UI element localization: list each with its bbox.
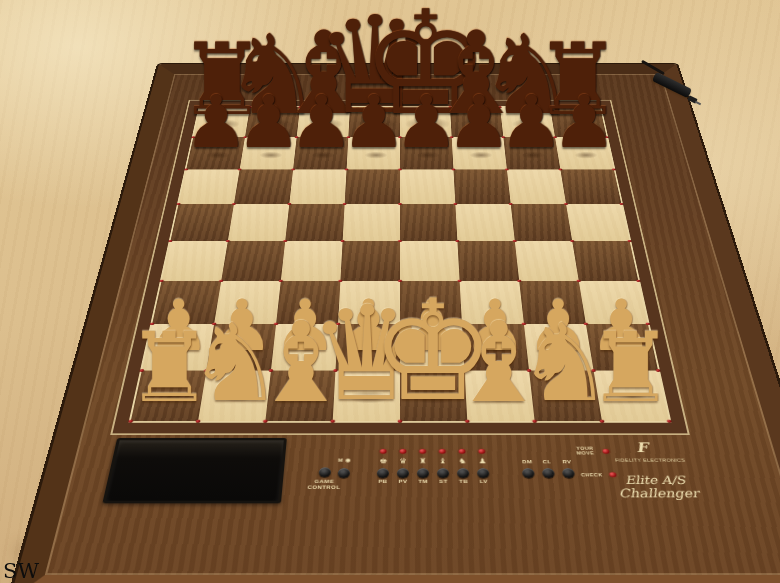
photographer-watermark: SW [3,561,39,582]
piece-h1-white-rook[interactable]: ♜ [587,320,673,416]
table-surface: GAME CONTROL M ◉ ♚ PB ♛ PV ♜ TM ♝ ST ♞ T… [0,0,780,583]
pieces-layer: ♜♞♝♛♚♝♞♜♟♟♟♟♟♟♟♟♟♟♟♟♟♟♟♟♜♞♝♛♚♝♞♜ [0,0,780,583]
piece-h7-black-pawn[interactable]: ♟ [551,86,616,159]
